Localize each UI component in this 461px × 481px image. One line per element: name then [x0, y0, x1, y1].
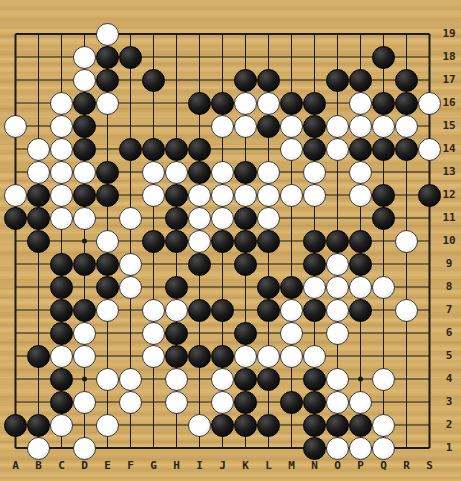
stone-white-N12: [303, 184, 326, 207]
row-label-12: 12: [438, 188, 460, 202]
col-label-O: O: [326, 459, 349, 472]
stone-black-R14: [395, 138, 418, 161]
stone-white-Q1: [372, 437, 395, 460]
stone-black-J5: [211, 345, 234, 368]
stone-black-N16: [303, 92, 326, 115]
stone-white-L12: [257, 184, 280, 207]
col-label-C: C: [50, 459, 73, 472]
stone-black-K3: [234, 391, 257, 414]
stone-white-I12: [188, 184, 211, 207]
stone-black-N14: [303, 138, 326, 161]
stone-black-J2: [211, 414, 234, 437]
stone-white-E19: [96, 23, 119, 46]
stone-white-P16: [349, 92, 372, 115]
row-label-19: 19: [438, 27, 460, 41]
stone-black-E12: [96, 184, 119, 207]
stone-white-C13: [50, 161, 73, 184]
stone-black-R17: [395, 69, 418, 92]
stone-white-L16: [257, 92, 280, 115]
row-label-15: 15: [438, 119, 460, 133]
stone-white-J13: [211, 161, 234, 184]
stone-white-Q8: [372, 276, 395, 299]
star-point-P4: [358, 377, 363, 382]
stone-black-H5: [165, 345, 188, 368]
stone-black-H6: [165, 322, 188, 345]
col-label-E: E: [96, 459, 119, 472]
stone-white-H3: [165, 391, 188, 414]
stone-black-L8: [257, 276, 280, 299]
stone-white-O14: [326, 138, 349, 161]
stone-black-E13: [96, 161, 119, 184]
stone-white-I2: [188, 414, 211, 437]
stone-black-L2: [257, 414, 280, 437]
stone-black-P10: [349, 230, 372, 253]
stone-black-L15: [257, 115, 280, 138]
stone-white-I11: [188, 207, 211, 230]
stone-black-N3: [303, 391, 326, 414]
stone-white-E4: [96, 368, 119, 391]
stone-white-H4: [165, 368, 188, 391]
stone-white-C14: [50, 138, 73, 161]
stone-black-K4: [234, 368, 257, 391]
stone-black-D14: [73, 138, 96, 161]
stone-black-P9: [349, 253, 372, 276]
row-label-8: 8: [438, 280, 460, 294]
col-label-P: P: [349, 459, 372, 472]
stone-white-D11: [73, 207, 96, 230]
stone-white-P3: [349, 391, 372, 414]
stone-black-O2: [326, 414, 349, 437]
stone-black-N10: [303, 230, 326, 253]
stone-black-L10: [257, 230, 280, 253]
go-board[interactable]: ABCDEFGHIJKLMNOPQRS191817161514131211109…: [0, 0, 461, 481]
stone-white-E2: [96, 414, 119, 437]
stone-white-C12: [50, 184, 73, 207]
stone-black-Q18: [372, 46, 395, 69]
stone-black-N7: [303, 299, 326, 322]
col-label-G: G: [142, 459, 165, 472]
stone-black-M16: [280, 92, 303, 115]
col-label-H: H: [165, 459, 188, 472]
col-label-M: M: [280, 459, 303, 472]
row-label-16: 16: [438, 96, 460, 110]
stone-white-M7: [280, 299, 303, 322]
stone-black-K9: [234, 253, 257, 276]
stone-black-C6: [50, 322, 73, 345]
row-label-6: 6: [438, 326, 460, 340]
stone-white-E16: [96, 92, 119, 115]
stone-white-N8: [303, 276, 326, 299]
row-label-14: 14: [438, 142, 460, 156]
stone-white-J12: [211, 184, 234, 207]
stone-black-C3: [50, 391, 73, 414]
col-label-B: B: [27, 459, 50, 472]
stone-black-D16: [73, 92, 96, 115]
stone-white-N13: [303, 161, 326, 184]
row-label-10: 10: [438, 234, 460, 248]
stone-white-O4: [326, 368, 349, 391]
stone-white-E7: [96, 299, 119, 322]
stone-black-E8: [96, 276, 119, 299]
stone-black-B11: [27, 207, 50, 230]
stone-white-F8: [119, 276, 142, 299]
stone-black-P14: [349, 138, 372, 161]
stone-black-A11: [4, 207, 27, 230]
stone-black-I14: [188, 138, 211, 161]
stone-white-R10: [395, 230, 418, 253]
stone-white-D1: [73, 437, 96, 460]
stone-black-K6: [234, 322, 257, 345]
stone-white-P15: [349, 115, 372, 138]
stone-white-L5: [257, 345, 280, 368]
stone-black-I9: [188, 253, 211, 276]
stone-white-B1: [27, 437, 50, 460]
stone-white-K5: [234, 345, 257, 368]
stone-white-C16: [50, 92, 73, 115]
stone-white-Q2: [372, 414, 395, 437]
row-label-9: 9: [438, 257, 460, 271]
stone-white-K15: [234, 115, 257, 138]
stone-white-C2: [50, 414, 73, 437]
stone-white-F9: [119, 253, 142, 276]
stone-black-B2: [27, 414, 50, 437]
stone-black-I7: [188, 299, 211, 322]
stone-white-R15: [395, 115, 418, 138]
stone-black-M3: [280, 391, 303, 414]
stone-white-D17: [73, 69, 96, 92]
row-label-1: 1: [438, 441, 460, 455]
stone-black-J7: [211, 299, 234, 322]
stone-black-J16: [211, 92, 234, 115]
stone-white-D5: [73, 345, 96, 368]
stone-white-M12: [280, 184, 303, 207]
stone-black-C9: [50, 253, 73, 276]
stone-black-B12: [27, 184, 50, 207]
stone-white-C15: [50, 115, 73, 138]
stone-white-O15: [326, 115, 349, 138]
stone-black-D7: [73, 299, 96, 322]
stone-white-G7: [142, 299, 165, 322]
stone-white-Q15: [372, 115, 395, 138]
row-label-17: 17: [438, 73, 460, 87]
stone-black-Q14: [372, 138, 395, 161]
stone-white-O8: [326, 276, 349, 299]
stone-black-K17: [234, 69, 257, 92]
col-label-J: J: [211, 459, 234, 472]
stone-black-L7: [257, 299, 280, 322]
row-label-5: 5: [438, 349, 460, 363]
stone-white-A12: [4, 184, 27, 207]
stone-black-C8: [50, 276, 73, 299]
stone-white-B14: [27, 138, 50, 161]
stone-white-G6: [142, 322, 165, 345]
stone-white-D3: [73, 391, 96, 414]
stone-black-N15: [303, 115, 326, 138]
stone-black-N1: [303, 437, 326, 460]
stone-white-O6: [326, 322, 349, 345]
stone-black-K11: [234, 207, 257, 230]
col-label-K: K: [234, 459, 257, 472]
stone-black-G17: [142, 69, 165, 92]
stone-black-C7: [50, 299, 73, 322]
stone-black-O10: [326, 230, 349, 253]
stone-black-D9: [73, 253, 96, 276]
row-label-7: 7: [438, 303, 460, 317]
stone-black-Q12: [372, 184, 395, 207]
stone-black-K10: [234, 230, 257, 253]
stone-black-P17: [349, 69, 372, 92]
stone-white-O3: [326, 391, 349, 414]
stone-white-P1: [349, 437, 372, 460]
stone-black-G10: [142, 230, 165, 253]
stone-black-P2: [349, 414, 372, 437]
col-label-F: F: [119, 459, 142, 472]
stone-black-Q11: [372, 207, 395, 230]
col-label-N: N: [303, 459, 326, 472]
stone-white-C11: [50, 207, 73, 230]
stone-black-R16: [395, 92, 418, 115]
stone-black-L4: [257, 368, 280, 391]
stone-white-L11: [257, 207, 280, 230]
stone-white-J15: [211, 115, 234, 138]
row-label-13: 13: [438, 165, 460, 179]
col-label-D: D: [73, 459, 96, 472]
col-label-A: A: [4, 459, 27, 472]
stone-white-C5: [50, 345, 73, 368]
row-label-3: 3: [438, 395, 460, 409]
star-point-D4: [82, 377, 87, 382]
stone-black-K2: [234, 414, 257, 437]
stone-black-G14: [142, 138, 165, 161]
stone-white-D13: [73, 161, 96, 184]
row-label-4: 4: [438, 372, 460, 386]
stone-black-D15: [73, 115, 96, 138]
stone-white-M15: [280, 115, 303, 138]
stone-white-I10: [188, 230, 211, 253]
col-label-S: S: [418, 459, 441, 472]
stone-white-B13: [27, 161, 50, 184]
col-label-Q: Q: [372, 459, 395, 472]
row-label-18: 18: [438, 50, 460, 64]
col-label-R: R: [395, 459, 418, 472]
stone-white-E10: [96, 230, 119, 253]
stone-white-H13: [165, 161, 188, 184]
stone-white-F3: [119, 391, 142, 414]
stone-white-G12: [142, 184, 165, 207]
stone-black-N9: [303, 253, 326, 276]
row-label-11: 11: [438, 211, 460, 225]
stone-white-G5: [142, 345, 165, 368]
star-point-D10: [82, 239, 87, 244]
stone-black-H10: [165, 230, 188, 253]
col-label-L: L: [257, 459, 280, 472]
stone-black-M8: [280, 276, 303, 299]
stone-white-F4: [119, 368, 142, 391]
stone-white-J3: [211, 391, 234, 414]
stone-black-N4: [303, 368, 326, 391]
stone-black-N2: [303, 414, 326, 437]
stone-white-M5: [280, 345, 303, 368]
stone-black-C4: [50, 368, 73, 391]
stone-black-O17: [326, 69, 349, 92]
stone-white-M6: [280, 322, 303, 345]
stone-black-H14: [165, 138, 188, 161]
stone-white-O9: [326, 253, 349, 276]
stone-black-F18: [119, 46, 142, 69]
stone-black-B5: [27, 345, 50, 368]
stone-black-I16: [188, 92, 211, 115]
stone-white-G13: [142, 161, 165, 184]
stone-white-L13: [257, 161, 280, 184]
stone-white-K12: [234, 184, 257, 207]
stone-black-H8: [165, 276, 188, 299]
stone-black-A2: [4, 414, 27, 437]
stone-black-I13: [188, 161, 211, 184]
stone-black-P7: [349, 299, 372, 322]
stone-white-F11: [119, 207, 142, 230]
stone-white-M14: [280, 138, 303, 161]
stone-white-P13: [349, 161, 372, 184]
stone-black-L17: [257, 69, 280, 92]
stone-white-N5: [303, 345, 326, 368]
stone-white-D6: [73, 322, 96, 345]
stone-white-H7: [165, 299, 188, 322]
stone-white-P8: [349, 276, 372, 299]
stone-white-D18: [73, 46, 96, 69]
stone-black-K13: [234, 161, 257, 184]
stone-black-F14: [119, 138, 142, 161]
stone-black-E9: [96, 253, 119, 276]
stone-black-H12: [165, 184, 188, 207]
stone-black-E17: [96, 69, 119, 92]
stone-black-E18: [96, 46, 119, 69]
stone-white-Q4: [372, 368, 395, 391]
stone-black-I5: [188, 345, 211, 368]
stone-white-J4: [211, 368, 234, 391]
stone-white-K16: [234, 92, 257, 115]
stone-white-J11: [211, 207, 234, 230]
stone-black-H11: [165, 207, 188, 230]
stone-white-R7: [395, 299, 418, 322]
stone-black-Q16: [372, 92, 395, 115]
stone-white-O7: [326, 299, 349, 322]
stone-black-B10: [27, 230, 50, 253]
stone-black-D12: [73, 184, 96, 207]
col-label-I: I: [188, 459, 211, 472]
stone-white-O1: [326, 437, 349, 460]
stone-white-P12: [349, 184, 372, 207]
stone-black-J10: [211, 230, 234, 253]
stone-white-A15: [4, 115, 27, 138]
row-label-2: 2: [438, 418, 460, 432]
